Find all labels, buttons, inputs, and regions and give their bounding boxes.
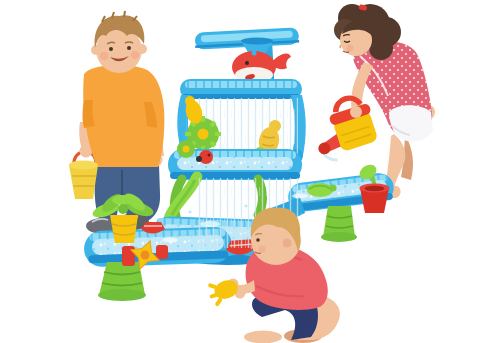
crouch-boy-ear [283, 239, 292, 248]
middle-basin-lip [170, 172, 300, 179]
red-bucket-inner [365, 186, 385, 192]
whale-spout-hole [252, 51, 257, 56]
turtle-head [330, 185, 337, 192]
middle-basin-wheel-hub [183, 146, 190, 153]
scene-illustration [0, 0, 495, 343]
girl-hair-blob-5 [369, 36, 393, 60]
right-basin-leg-base [321, 232, 357, 242]
left-basin-leg-base [98, 289, 146, 301]
seahorse-left-head [185, 96, 195, 106]
middle-basin-speckle [177, 157, 293, 170]
seahorse-right-head [269, 120, 281, 132]
star-wheel-bracket-left [122, 246, 135, 266]
boy-left-blush-left [100, 52, 108, 60]
droplet-1 [188, 210, 191, 213]
ladybug-spot [208, 154, 211, 157]
palm-frond-5 [112, 195, 134, 205]
crouch-boy-front-foot [244, 331, 282, 343]
product-photo-stage [0, 0, 495, 343]
paddle-wheel-hub [198, 129, 209, 140]
star-wheel-hub [141, 251, 150, 260]
splash-4 [162, 238, 178, 243]
whale-eye [245, 61, 249, 65]
splash-3 [292, 194, 308, 199]
boy-left-eye-right [127, 46, 131, 50]
ladybug-head [196, 156, 202, 162]
sand-bucket-rim [69, 161, 98, 170]
star-wheel-bracket-right [156, 245, 168, 259]
shelf-ridge [185, 81, 297, 88]
droplet-3 [244, 204, 247, 207]
girl-front-hand [350, 106, 362, 118]
palm-center-hole [118, 204, 128, 214]
boy-left-eye-left [109, 47, 113, 51]
crouch-boy-eye [256, 238, 260, 242]
boy-left-blush-right [131, 51, 139, 59]
splash-1 [200, 221, 220, 227]
blue-funnel-mouth [241, 38, 273, 45]
crouch-boy-blush [259, 246, 266, 253]
girl-blush [347, 45, 354, 52]
